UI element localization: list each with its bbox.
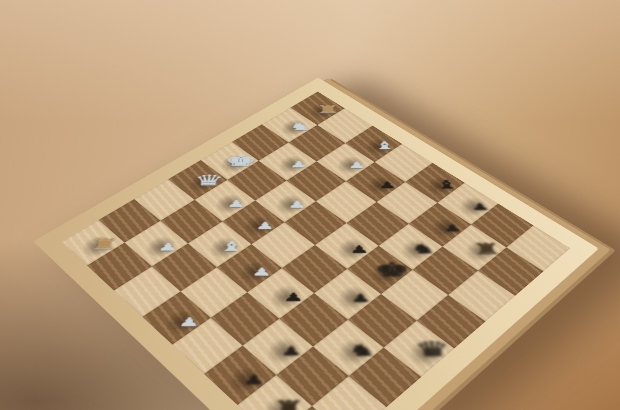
pawn-glyph: ♟ <box>430 223 476 233</box>
piece-white-pawn: ♟ <box>259 143 317 181</box>
pawn-glyph: ♟ <box>366 181 409 190</box>
queen-glyph: ♛ <box>407 339 459 360</box>
pawn-glyph: ♟ <box>164 316 214 328</box>
piece-black-bishop: ♝ <box>405 163 464 203</box>
piece-black-knight: ♞ <box>379 224 443 270</box>
rook-glyph: ♜ <box>463 241 511 256</box>
piece-black-queen: ♛ <box>384 321 455 377</box>
king-glyph: ♚ <box>219 153 261 168</box>
knight-glyph: ♞ <box>400 242 447 255</box>
pawn-glyph: ♟ <box>266 345 316 358</box>
knight-glyph: ♞ <box>280 122 320 132</box>
piece-black-knight: ♞ <box>313 320 384 376</box>
pawn-glyph: ♟ <box>337 292 385 303</box>
rook-glyph: ♜ <box>309 104 348 115</box>
piece-white-pawn: ♟ <box>142 291 210 344</box>
piece-black-pawn: ♟ <box>437 183 498 225</box>
photo-scene: ♜♜♛♚♞♟♟♟♝♟♟♟♝♟♟♟♟♟♝♟♟♟♚♞♟♟♜♞♜♛ <box>0 0 620 410</box>
piece-white-pawn: ♟ <box>255 181 316 223</box>
piece-white-pawn: ♟ <box>125 221 188 267</box>
piece-white-bishop: ♝ <box>188 221 251 267</box>
pawn-glyph: ♟ <box>144 242 191 252</box>
knight-glyph: ♞ <box>337 342 388 358</box>
pawn-glyph: ♟ <box>278 160 319 169</box>
piece-black-pawn: ♟ <box>409 203 471 247</box>
rook-glyph: ♜ <box>262 398 315 410</box>
pawn-glyph: ♟ <box>458 202 503 211</box>
bishop-glyph: ♝ <box>208 240 254 253</box>
piece-white-knight: ♞ <box>262 108 317 143</box>
rook-glyph: ♜ <box>80 237 128 252</box>
pawn-glyph: ♟ <box>269 292 317 303</box>
pawn-glyph: ♟ <box>275 200 318 209</box>
bishop-glyph: ♝ <box>364 140 405 150</box>
piece-white-rook: ♜ <box>61 220 124 266</box>
pawn-glyph: ♟ <box>243 221 288 231</box>
